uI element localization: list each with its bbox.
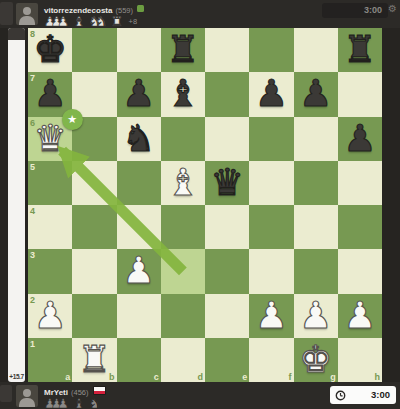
file-label-e: e — [242, 372, 247, 382]
black-rook-h8[interactable]: ♜ — [338, 28, 382, 72]
rank-label-1: 1 — [30, 339, 35, 349]
best-move-badge: ★ — [62, 109, 83, 130]
square-g3[interactable] — [294, 249, 338, 293]
square-a8[interactable]: 8♚ — [28, 28, 72, 72]
square-b4[interactable] — [72, 205, 116, 249]
file-label-d: d — [198, 372, 204, 382]
square-g4[interactable] — [294, 205, 338, 249]
square-e3[interactable] — [205, 249, 249, 293]
square-a5[interactable]: 5 — [28, 161, 72, 205]
square-d1[interactable]: d — [161, 338, 205, 382]
square-f5[interactable] — [249, 161, 293, 205]
black-queen-e5[interactable]: ♛ — [205, 161, 249, 205]
square-d7[interactable]: ♝ — [161, 72, 205, 116]
black-pawn-c7[interactable]: ♟ — [117, 72, 161, 116]
black-pawn-f7[interactable]: ♟ — [249, 72, 293, 116]
gear-icon[interactable]: ⚙ — [388, 3, 397, 14]
captured-pieces-bottom: ♟♟♟♝♞ — [44, 396, 106, 409]
poland-flag-icon — [93, 386, 106, 395]
file-label-h: h — [375, 372, 381, 382]
square-c7[interactable]: ♟ — [117, 72, 161, 116]
white-bishop-d5[interactable]: ♝ — [161, 161, 205, 205]
avatar[interactable] — [16, 3, 38, 25]
square-a3[interactable]: 3 — [28, 249, 72, 293]
square-c3[interactable]: ♟ — [117, 249, 161, 293]
board-zone: +15.7 8♚♜♜7♟♟♝♟♟6♛♞♟5♝♛43♟2♟♟♟♟1ab♜cdefg… — [0, 28, 400, 382]
file-label-a: a — [65, 372, 70, 382]
square-d6[interactable] — [161, 117, 205, 161]
square-a1[interactable]: 1a — [28, 338, 72, 382]
chess-game-view: vitorrezendecosta(559) ♟♟♟♝♞♞♜+8 3:00 ⚙ … — [0, 0, 400, 409]
square-d3[interactable] — [161, 249, 205, 293]
black-knight-c6[interactable]: ♞ — [117, 117, 161, 161]
square-e8[interactable] — [205, 28, 249, 72]
square-b7[interactable] — [72, 72, 116, 116]
captured-rook-icon: ♜ — [111, 14, 123, 29]
square-c2[interactable] — [117, 294, 161, 338]
white-rook-b1[interactable]: ♜ — [72, 338, 116, 382]
file-label-f: f — [289, 372, 292, 382]
square-g6[interactable] — [294, 117, 338, 161]
square-f1[interactable]: f — [249, 338, 293, 382]
material-advantage: +8 — [129, 17, 138, 26]
square-b3[interactable] — [72, 249, 116, 293]
square-h4[interactable] — [338, 205, 382, 249]
player-bar-top: vitorrezendecosta(559) ♟♟♟♝♞♞♜+8 3:00 ⚙ — [0, 0, 400, 28]
square-d4[interactable] — [161, 205, 205, 249]
square-e5[interactable]: ♛ — [205, 161, 249, 205]
square-h7[interactable] — [338, 72, 382, 116]
clock-top: 3:00 — [322, 3, 388, 18]
square-g8[interactable] — [294, 28, 338, 72]
eval-bar-black-portion — [8, 28, 25, 40]
square-d5[interactable]: ♝ — [161, 161, 205, 205]
square-b5[interactable] — [72, 161, 116, 205]
square-e6[interactable] — [205, 117, 249, 161]
square-f4[interactable] — [249, 205, 293, 249]
square-h8[interactable]: ♜ — [338, 28, 382, 72]
square-c6[interactable]: ♞ — [117, 117, 161, 161]
square-e2[interactable] — [205, 294, 249, 338]
avatar[interactable] — [16, 385, 38, 407]
ui-fragment — [0, 385, 12, 402]
square-a4[interactable]: 4 — [28, 205, 72, 249]
square-c8[interactable] — [117, 28, 161, 72]
captured-bishop-icon: ♝ — [73, 14, 85, 29]
square-e1[interactable]: e — [205, 338, 249, 382]
white-pawn-a2[interactable]: ♟ — [28, 294, 72, 338]
square-c4[interactable] — [117, 205, 161, 249]
black-pawn-g7[interactable]: ♟ — [294, 72, 338, 116]
square-h6[interactable]: ♟ — [338, 117, 382, 161]
square-g1[interactable]: g♚ — [294, 338, 338, 382]
square-f8[interactable] — [249, 28, 293, 72]
black-king-a8[interactable]: ♚ — [28, 28, 72, 72]
chess-board: 8♚♜♜7♟♟♝♟♟6♛♞♟5♝♛43♟2♟♟♟♟1ab♜cdefg♚h — [28, 28, 382, 382]
square-c1[interactable]: c — [117, 338, 161, 382]
square-h2[interactable]: ♟ — [338, 294, 382, 338]
square-h5[interactable] — [338, 161, 382, 205]
white-king-g1[interactable]: ♚ — [294, 338, 338, 382]
square-d8[interactable]: ♜ — [161, 28, 205, 72]
square-b8[interactable] — [72, 28, 116, 72]
flair-icon — [137, 5, 144, 12]
square-f6[interactable] — [249, 117, 293, 161]
white-pawn-g2[interactable]: ♟ — [294, 294, 338, 338]
black-rook-d8[interactable]: ♜ — [161, 28, 205, 72]
square-g2[interactable]: ♟ — [294, 294, 338, 338]
ui-fragment — [0, 2, 13, 25]
white-pawn-h2[interactable]: ♟ — [338, 294, 382, 338]
captured-knight-icon: ♞ — [95, 14, 107, 29]
clock-bottom: 3:00 — [330, 386, 396, 404]
file-label-c: c — [154, 372, 159, 382]
rank-label-5: 5 — [30, 162, 35, 172]
white-pawn-c3[interactable]: ♟ — [117, 249, 161, 293]
captured-pawn-icon: ♟ — [57, 14, 69, 29]
square-g7[interactable]: ♟ — [294, 72, 338, 116]
captured-knight-icon: ♞ — [89, 396, 101, 409]
square-e7[interactable] — [205, 72, 249, 116]
eval-value: +15.7 — [8, 373, 25, 380]
rank-label-3: 3 — [30, 250, 35, 260]
rank-label-4: 4 — [30, 206, 35, 216]
square-f7[interactable]: ♟ — [249, 72, 293, 116]
square-e4[interactable] — [205, 205, 249, 249]
square-g5[interactable] — [294, 161, 338, 205]
square-f2[interactable]: ♟ — [249, 294, 293, 338]
star-icon: ★ — [67, 114, 77, 125]
square-f3[interactable] — [249, 249, 293, 293]
square-b1[interactable]: b♜ — [72, 338, 116, 382]
square-a2[interactable]: 2♟ — [28, 294, 72, 338]
black-bishop-d7[interactable]: ♝ — [161, 72, 205, 116]
square-h3[interactable] — [338, 249, 382, 293]
clock-icon — [335, 390, 346, 401]
captured-pieces-top: ♟♟♟♝♞♞♜+8 — [44, 14, 144, 28]
captured-bishop-icon: ♝ — [73, 396, 85, 409]
square-b2[interactable] — [72, 294, 116, 338]
square-h1[interactable]: h — [338, 338, 382, 382]
white-pawn-f2[interactable]: ♟ — [249, 294, 293, 338]
captured-pawn-icon: ♟ — [57, 396, 69, 409]
player-bar-bottom: MrYeti(456) ♟♟♟♝♞ 3:00 — [0, 382, 400, 409]
black-pawn-h6[interactable]: ♟ — [338, 117, 382, 161]
square-c5[interactable] — [117, 161, 161, 205]
eval-bar: +15.7 — [8, 28, 25, 382]
square-d2[interactable] — [161, 294, 205, 338]
